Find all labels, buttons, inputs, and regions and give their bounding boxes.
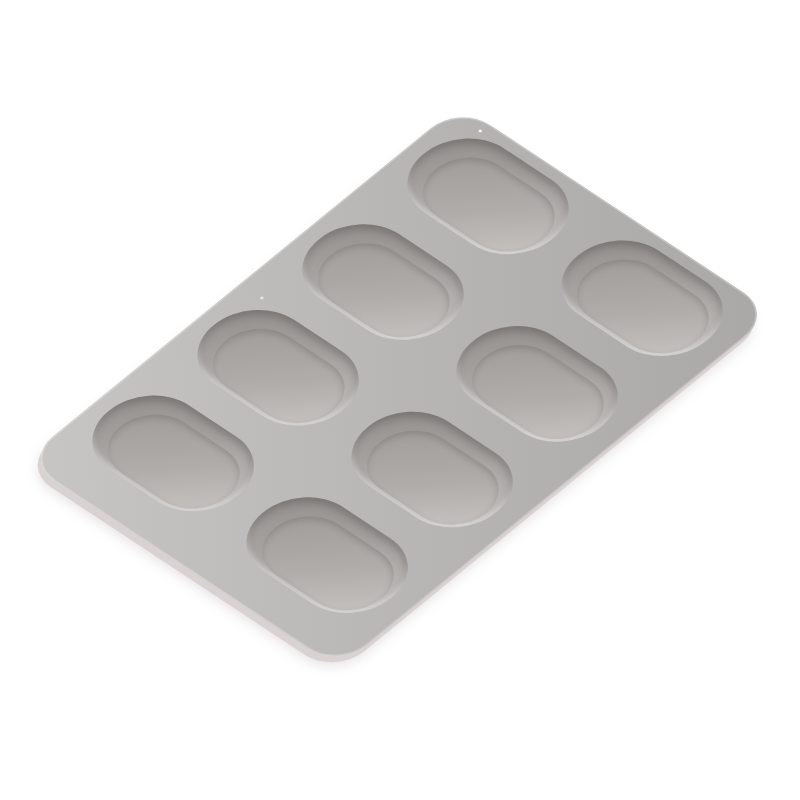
product-photo-background (0, 0, 800, 800)
cavity-floor (558, 246, 727, 367)
cavity-floor (243, 503, 412, 624)
dust-speck (478, 129, 483, 133)
cavity-floor (89, 401, 258, 522)
cavity-floor (453, 331, 622, 452)
mold-tray (23, 105, 774, 669)
cavity-floor (194, 315, 363, 436)
cavity-floor (348, 417, 517, 538)
cavity-floor (404, 144, 573, 265)
cavity-floor (299, 230, 468, 351)
dust-speck (259, 296, 264, 300)
